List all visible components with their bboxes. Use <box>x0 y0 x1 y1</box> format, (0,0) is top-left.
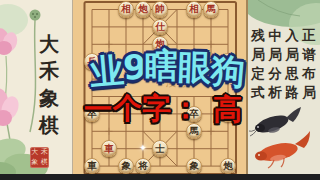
slogan-char: 路 <box>285 83 299 102</box>
slogan-char: 式 <box>251 83 265 102</box>
piece-red-仕: 仕 <box>152 19 169 36</box>
slogan-column: 中局分析 <box>268 26 282 102</box>
piece-black-馬: 馬 <box>186 123 203 140</box>
slogan-char: 局 <box>302 83 316 102</box>
slogan-char: 局 <box>268 45 282 64</box>
seal-char: 象 <box>31 159 38 166</box>
piece-black-象: 象 <box>118 158 135 175</box>
slogan-char: 入 <box>285 26 299 45</box>
piece-red-相: 相 <box>118 1 135 18</box>
brand-vertical-title: 大禾象棋 <box>38 31 60 139</box>
piece-black-車: 車 <box>84 158 101 175</box>
subline-char: 个 <box>113 92 142 124</box>
slogan-column: 正谱布局 <box>302 26 316 102</box>
seal-char: 棋 <box>41 159 48 166</box>
slogan-char: 正 <box>302 26 316 45</box>
piece-red-馬: 馬 <box>203 1 220 18</box>
slogan-char: 布 <box>302 64 316 83</box>
slogan-char: 局 <box>285 45 299 64</box>
slogan-columns: 残局定式中局分析入局思路正谱布局 <box>251 26 316 102</box>
piece-black-将: 将 <box>135 158 152 175</box>
subline-char: 高 <box>213 93 242 125</box>
black-koi-icon <box>249 107 301 136</box>
headline-char: 9 <box>122 49 146 86</box>
slogan-char: 析 <box>268 83 282 102</box>
subline-char: ： <box>171 92 200 124</box>
slogan-char: 局 <box>251 45 265 64</box>
slogan-char: 残 <box>251 26 265 45</box>
thumbnail: 大禾象棋 大禾象棋 楚河 漢界 相炮帥相馬仕炮兵兵車卒卒卒馬士車象将象炮✦✦ 业… <box>0 0 320 180</box>
slogan-char: 定 <box>251 64 265 83</box>
brand-char: 象 <box>39 85 59 112</box>
right-slogan-panel: 残局定式中局分析入局思路正谱布局 <box>248 0 320 180</box>
subline-caption: 一个字：高 <box>84 92 242 124</box>
brand-char: 大 <box>39 31 59 58</box>
seal-char: 大 <box>31 149 38 156</box>
slogan-column: 入局思路 <box>285 26 299 102</box>
move-highlight-sparkle: ✦ <box>139 144 147 153</box>
piece-red-車: 車 <box>101 140 118 157</box>
slogan-char: 谱 <box>302 45 316 64</box>
piece-red-相: 相 <box>186 1 203 18</box>
piece-black-炮: 炮 <box>220 158 237 175</box>
left-brand-panel: 大禾象棋 大禾象棋 <box>0 0 73 180</box>
brand-char: 棋 <box>39 112 59 139</box>
piece-red-帥: 帥 <box>152 1 169 18</box>
headline-char: 眼 <box>178 48 212 85</box>
slogan-char: 分 <box>268 64 282 83</box>
piece-black-象: 象 <box>186 158 203 175</box>
subline-char: 一 <box>84 93 113 125</box>
slogan-char: 中 <box>268 26 282 45</box>
piece-black-士: 士 <box>152 140 169 157</box>
piece-red-炮: 炮 <box>135 1 152 18</box>
brand-char: 禾 <box>39 58 59 85</box>
bottom-letterbox-bar <box>0 174 320 180</box>
headline-char: 瞎 <box>145 47 178 83</box>
slogan-column: 残局定式 <box>251 26 265 102</box>
headline-char: 业 <box>88 52 124 91</box>
seal-char: 禾 <box>41 149 48 156</box>
headline-caption: 业9瞎眼狗 <box>92 48 242 84</box>
headline-char: 狗 <box>210 52 246 91</box>
orange-koi-icon <box>255 131 310 168</box>
subline-char: 字 <box>142 92 171 124</box>
slogan-char: 思 <box>285 64 299 83</box>
brand-seal: 大禾象棋 <box>30 147 49 168</box>
